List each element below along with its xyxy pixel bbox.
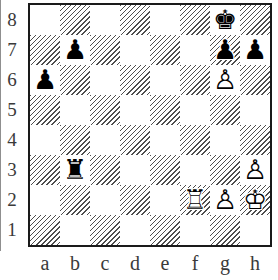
- square-f6[interactable]: [180, 65, 210, 95]
- square-h2[interactable]: ♚♔: [240, 185, 270, 215]
- piece-glyph: ♟: [60, 35, 90, 65]
- square-a4[interactable]: [30, 125, 60, 155]
- rank-label-8: 8: [0, 5, 24, 35]
- square-d2[interactable]: [120, 185, 150, 215]
- square-e4[interactable]: [150, 125, 180, 155]
- square-c2[interactable]: [90, 185, 120, 215]
- square-a5[interactable]: [30, 95, 60, 125]
- square-f5[interactable]: [180, 95, 210, 125]
- square-c5[interactable]: [90, 95, 120, 125]
- file-label-a: a: [30, 250, 60, 276]
- black-pawn-b7: ♟♟: [60, 35, 90, 65]
- square-e8[interactable]: [150, 5, 180, 35]
- square-e6[interactable]: [150, 65, 180, 95]
- square-a7[interactable]: [30, 35, 60, 65]
- piece-glyph: ♖: [180, 185, 210, 215]
- piece-glyph: ♙: [210, 185, 240, 215]
- square-f3[interactable]: [180, 155, 210, 185]
- square-h5[interactable]: [240, 95, 270, 125]
- black-rook-b3: ♜♜: [60, 155, 90, 185]
- white-rook-f2: ♜♖: [180, 185, 210, 215]
- square-a1[interactable]: [30, 215, 60, 245]
- square-g7[interactable]: ♟♟: [210, 35, 240, 65]
- square-g5[interactable]: [210, 95, 240, 125]
- square-h1[interactable]: [240, 215, 270, 245]
- chess-board: ♚♚♟♟♟♟♟♟♟♟♟♙♜♜♟♙♜♖♟♙♚♔: [28, 3, 272, 247]
- white-king-h2: ♚♔: [240, 185, 270, 215]
- piece-glyph: ♟: [30, 65, 60, 95]
- black-king-g8: ♚♚: [210, 5, 240, 35]
- black-pawn-g7: ♟♟: [210, 35, 240, 65]
- square-c8[interactable]: [90, 5, 120, 35]
- square-f4[interactable]: [180, 125, 210, 155]
- file-label-c: c: [90, 250, 120, 276]
- square-f7[interactable]: [180, 35, 210, 65]
- square-c4[interactable]: [90, 125, 120, 155]
- rank-label-3: 3: [0, 155, 24, 185]
- square-c7[interactable]: [90, 35, 120, 65]
- piece-glyph: ♜: [60, 155, 90, 185]
- file-label-f: f: [180, 250, 210, 276]
- square-f8[interactable]: [180, 5, 210, 35]
- square-b1[interactable]: [60, 215, 90, 245]
- square-d4[interactable]: [120, 125, 150, 155]
- square-g1[interactable]: [210, 215, 240, 245]
- piece-glyph: ♚: [210, 5, 240, 35]
- square-d5[interactable]: [120, 95, 150, 125]
- square-d3[interactable]: [120, 155, 150, 185]
- square-b3[interactable]: ♜♜: [60, 155, 90, 185]
- square-e1[interactable]: [150, 215, 180, 245]
- rank-label-7: 7: [0, 35, 24, 65]
- piece-glyph: ♟: [240, 35, 270, 65]
- piece-glyph: ♔: [240, 185, 270, 215]
- white-pawn-g2: ♟♙: [210, 185, 240, 215]
- file-label-h: h: [240, 250, 270, 276]
- square-c6[interactable]: [90, 65, 120, 95]
- square-h7[interactable]: ♟♟: [240, 35, 270, 65]
- file-labels: abcdefgh: [30, 250, 270, 276]
- piece-glyph: ♙: [210, 65, 240, 95]
- square-h6[interactable]: [240, 65, 270, 95]
- file-label-e: e: [150, 250, 180, 276]
- square-g3[interactable]: [210, 155, 240, 185]
- square-b4[interactable]: [60, 125, 90, 155]
- rank-label-1: 1: [0, 215, 24, 245]
- square-e3[interactable]: [150, 155, 180, 185]
- square-g6[interactable]: ♟♙: [210, 65, 240, 95]
- square-h4[interactable]: [240, 125, 270, 155]
- black-pawn-a6: ♟♟: [30, 65, 60, 95]
- square-d1[interactable]: [120, 215, 150, 245]
- rank-label-4: 4: [0, 125, 24, 155]
- file-label-d: d: [120, 250, 150, 276]
- file-label-g: g: [210, 250, 240, 276]
- white-pawn-h3: ♟♙: [240, 155, 270, 185]
- square-b8[interactable]: [60, 5, 90, 35]
- rank-label-6: 6: [0, 65, 24, 95]
- chess-diagram: 87654321 ♚♚♟♟♟♟♟♟♟♟♟♙♜♜♟♙♜♖♟♙♚♔ abcdefgh: [0, 0, 278, 280]
- square-g4[interactable]: [210, 125, 240, 155]
- square-d6[interactable]: [120, 65, 150, 95]
- square-b6[interactable]: [60, 65, 90, 95]
- square-f1[interactable]: [180, 215, 210, 245]
- square-b5[interactable]: [60, 95, 90, 125]
- black-pawn-h7: ♟♟: [240, 35, 270, 65]
- square-b2[interactable]: [60, 185, 90, 215]
- square-a6[interactable]: ♟♟: [30, 65, 60, 95]
- square-a2[interactable]: [30, 185, 60, 215]
- square-a8[interactable]: [30, 5, 60, 35]
- square-h3[interactable]: ♟♙: [240, 155, 270, 185]
- square-f2[interactable]: ♜♖: [180, 185, 210, 215]
- square-e5[interactable]: [150, 95, 180, 125]
- square-d8[interactable]: [120, 5, 150, 35]
- square-e7[interactable]: [150, 35, 180, 65]
- file-label-b: b: [60, 250, 90, 276]
- square-e2[interactable]: [150, 185, 180, 215]
- square-c1[interactable]: [90, 215, 120, 245]
- rank-labels: 87654321: [0, 5, 24, 245]
- square-g8[interactable]: ♚♚: [210, 5, 240, 35]
- piece-glyph: ♟: [210, 35, 240, 65]
- square-c3[interactable]: [90, 155, 120, 185]
- square-d7[interactable]: [120, 35, 150, 65]
- white-pawn-g6: ♟♙: [210, 65, 240, 95]
- square-g2[interactable]: ♟♙: [210, 185, 240, 215]
- piece-glyph: ♙: [240, 155, 270, 185]
- rank-label-5: 5: [0, 95, 24, 125]
- rank-label-2: 2: [0, 185, 24, 215]
- square-a3[interactable]: [30, 155, 60, 185]
- square-h8[interactable]: [240, 5, 270, 35]
- square-b7[interactable]: ♟♟: [60, 35, 90, 65]
